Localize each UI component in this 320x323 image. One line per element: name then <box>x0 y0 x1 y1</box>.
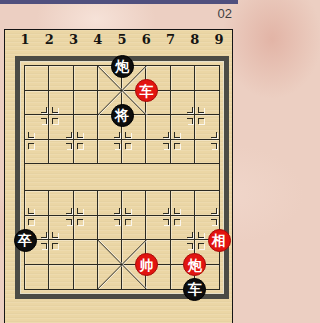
file-label: 6 <box>142 32 151 47</box>
file-label: 1 <box>20 32 29 47</box>
piece-red-cannon[interactable]: 炮 <box>183 253 206 276</box>
piece-black-soldier[interactable]: 卒 <box>14 229 37 252</box>
file-label: 7 <box>166 32 175 47</box>
file-label: 4 <box>93 32 102 47</box>
file-label: 5 <box>117 32 126 47</box>
pieces: 炮车将卒相帅炮车 <box>25 66 219 289</box>
piece-black-chariot[interactable]: 车 <box>183 278 206 301</box>
piece-red-elephant[interactable]: 相 <box>208 229 231 252</box>
board-field: 炮车将卒相帅炮车 <box>25 66 219 289</box>
page-number-label: 02 <box>218 6 232 21</box>
file-label: 3 <box>69 32 78 47</box>
piece-red-general[interactable]: 帅 <box>135 253 158 276</box>
piece-black-general[interactable]: 将 <box>111 104 134 127</box>
piece-red-chariot[interactable]: 车 <box>135 79 158 102</box>
file-label: 2 <box>45 32 54 47</box>
piece-black-cannon[interactable]: 炮 <box>111 55 134 78</box>
file-label: 9 <box>214 32 223 47</box>
window-top-bar <box>0 0 238 4</box>
file-label: 8 <box>190 32 199 47</box>
xiangqi-board-panel: 123456789 炮车将卒相帅炮车 九八七六五四三二一 <box>4 29 233 323</box>
